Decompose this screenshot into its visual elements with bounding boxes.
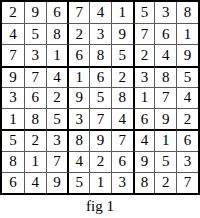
cell-r8c2: 1 bbox=[24, 151, 46, 172]
cell-r8c8: 5 bbox=[154, 151, 176, 172]
cell-r7c7: 4 bbox=[133, 129, 155, 150]
cell-r5c9: 4 bbox=[176, 87, 198, 108]
cell-r6c3: 5 bbox=[46, 108, 68, 129]
cell-r9c3: 9 bbox=[46, 172, 68, 193]
cell-r3c6: 5 bbox=[111, 44, 133, 65]
cell-r3c7: 2 bbox=[133, 44, 155, 65]
cell-r9c7: 8 bbox=[133, 172, 155, 193]
cell-r4c8: 8 bbox=[154, 66, 176, 87]
cell-r2c4: 2 bbox=[67, 23, 89, 44]
cell-r5c1: 3 bbox=[2, 87, 24, 108]
cell-r6c2: 8 bbox=[24, 108, 46, 129]
cell-r1c6: 1 bbox=[111, 2, 133, 23]
cell-r2c5: 3 bbox=[89, 23, 111, 44]
cell-r2c9: 1 bbox=[176, 23, 198, 44]
cell-r8c5: 2 bbox=[89, 151, 111, 172]
cell-r3c4: 6 bbox=[67, 44, 89, 65]
cell-r9c8: 2 bbox=[154, 172, 176, 193]
cell-r2c2: 5 bbox=[24, 23, 46, 44]
cell-r1c2: 9 bbox=[24, 2, 46, 23]
cell-r2c1: 4 bbox=[2, 23, 24, 44]
cell-r6c9: 2 bbox=[176, 108, 198, 129]
cell-r5c4: 9 bbox=[67, 87, 89, 108]
cell-r7c9: 6 bbox=[176, 129, 198, 150]
cell-r3c9: 9 bbox=[176, 44, 198, 65]
cell-r3c1: 7 bbox=[2, 44, 24, 65]
cell-r4c7: 3 bbox=[133, 66, 155, 87]
cell-r9c1: 6 bbox=[2, 172, 24, 193]
cell-r1c4: 7 bbox=[67, 2, 89, 23]
figure-caption: fig 1 bbox=[0, 195, 200, 218]
cell-r3c2: 3 bbox=[24, 44, 46, 65]
cell-r6c1: 1 bbox=[2, 108, 24, 129]
cell-r8c6: 6 bbox=[111, 151, 133, 172]
cell-r9c9: 7 bbox=[176, 172, 198, 193]
cell-r4c2: 7 bbox=[24, 66, 46, 87]
cell-r7c3: 3 bbox=[46, 129, 68, 150]
cell-r6c6: 4 bbox=[111, 108, 133, 129]
cell-r8c1: 8 bbox=[2, 151, 24, 172]
cell-r3c3: 1 bbox=[46, 44, 68, 65]
cell-r4c9: 5 bbox=[176, 66, 198, 87]
cell-r6c5: 7 bbox=[89, 108, 111, 129]
cell-r5c8: 7 bbox=[154, 87, 176, 108]
cell-r1c8: 3 bbox=[154, 2, 176, 23]
cell-r7c2: 2 bbox=[24, 129, 46, 150]
cell-r8c3: 7 bbox=[46, 151, 68, 172]
cell-r9c6: 3 bbox=[111, 172, 133, 193]
cell-r8c9: 3 bbox=[176, 151, 198, 172]
cell-r4c4: 1 bbox=[67, 66, 89, 87]
cell-r7c1: 5 bbox=[2, 129, 24, 150]
cell-r5c7: 1 bbox=[133, 87, 155, 108]
cell-r4c1: 9 bbox=[2, 66, 24, 87]
cell-r5c5: 5 bbox=[89, 87, 111, 108]
cell-r7c8: 1 bbox=[154, 129, 176, 150]
cell-r8c7: 9 bbox=[133, 151, 155, 172]
cell-r1c7: 5 bbox=[133, 2, 155, 23]
cell-r4c3: 4 bbox=[46, 66, 68, 87]
cell-r9c2: 4 bbox=[24, 172, 46, 193]
cell-r2c7: 7 bbox=[133, 23, 155, 44]
cell-r9c5: 1 bbox=[89, 172, 111, 193]
cell-r2c6: 9 bbox=[111, 23, 133, 44]
cell-r1c3: 6 bbox=[46, 2, 68, 23]
cell-r5c2: 6 bbox=[24, 87, 46, 108]
cell-r4c6: 2 bbox=[111, 66, 133, 87]
cell-r1c5: 4 bbox=[89, 2, 111, 23]
figure-page: 2967415384582397617316852499741623853629… bbox=[0, 0, 200, 218]
cell-r1c1: 2 bbox=[2, 2, 24, 23]
cell-r2c3: 8 bbox=[46, 23, 68, 44]
sudoku-grid: 2967415384582397617316852499741623853629… bbox=[0, 0, 200, 195]
cell-r6c7: 6 bbox=[133, 108, 155, 129]
cell-r4c5: 6 bbox=[89, 66, 111, 87]
cell-r5c6: 8 bbox=[111, 87, 133, 108]
cell-r3c8: 4 bbox=[154, 44, 176, 65]
cell-r9c4: 5 bbox=[67, 172, 89, 193]
cell-r7c5: 9 bbox=[89, 129, 111, 150]
cell-r1c9: 8 bbox=[176, 2, 198, 23]
cell-r7c6: 7 bbox=[111, 129, 133, 150]
cell-r5c3: 2 bbox=[46, 87, 68, 108]
cell-r7c4: 8 bbox=[67, 129, 89, 150]
cell-r6c8: 9 bbox=[154, 108, 176, 129]
cell-r2c8: 6 bbox=[154, 23, 176, 44]
cell-r6c4: 3 bbox=[67, 108, 89, 129]
cell-r8c4: 4 bbox=[67, 151, 89, 172]
cell-r3c5: 8 bbox=[89, 44, 111, 65]
